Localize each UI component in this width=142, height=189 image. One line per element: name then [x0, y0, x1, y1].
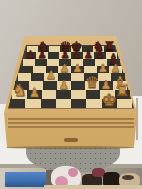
square-b6: [35, 59, 47, 66]
square-d1: [56, 99, 71, 109]
square-c3: [43, 81, 57, 90]
square-d5: ♟: [58, 66, 71, 74]
tan-shoe-opening: [122, 175, 134, 180]
square-d6: [59, 59, 71, 66]
square-h6: ♝: [107, 59, 119, 66]
board-rank-2: ♞♟♜: [12, 90, 130, 99]
square-f3: ♛: [85, 81, 99, 90]
square-g2: [100, 90, 115, 99]
square-f4: [84, 73, 97, 81]
square-b4: [31, 73, 44, 81]
square-c6: [47, 59, 59, 66]
square-h1: [117, 99, 132, 109]
square-f2: [86, 90, 101, 99]
square-d2: [56, 90, 71, 99]
square-a4: [18, 73, 31, 81]
square-h5: ♟: [109, 66, 122, 74]
square-f6: [83, 59, 95, 66]
square-e1: [71, 99, 86, 109]
drawer-groove: [8, 118, 134, 120]
sneaker-pink-patch-top: [68, 168, 78, 177]
square-g6: [95, 59, 107, 66]
square-d3: ♟: [57, 81, 71, 90]
board-rank-4: ♟: [18, 73, 125, 81]
square-g5: ♟: [97, 66, 110, 74]
square-b5: [33, 66, 46, 74]
drawer-groove: [8, 126, 134, 128]
square-h4: [111, 73, 124, 81]
photo-chess-scene: ♞♛♚♞♜♟♟♟♟♟♟♝♟♟♟♟♟♟♛♟♝♞♟♜♚: [0, 0, 142, 189]
square-a3: [15, 81, 29, 90]
square-h2: ♜: [115, 90, 130, 99]
square-h3: ♝: [113, 81, 127, 90]
square-g1: ♚: [102, 99, 117, 109]
square-a6: [23, 59, 35, 66]
square-g4: [98, 73, 111, 81]
square-c2: [42, 90, 57, 99]
board-rank-3: ♟♛♟♝: [15, 81, 127, 90]
square-f5: [84, 66, 97, 74]
square-e6: [71, 59, 83, 66]
square-a5: [20, 66, 33, 74]
square-g3: ♟: [99, 81, 113, 90]
square-d4: [58, 73, 71, 81]
chess-board: ♞♛♚♞♜♟♟♟♟♟♟♝♟♟♟♟♟♟♛♟♝♞♟♜♚: [0, 46, 142, 108]
square-c5: [46, 66, 59, 74]
square-a2: ♞: [12, 90, 27, 99]
board-rank-6: ♝: [23, 59, 120, 66]
square-e3: [71, 81, 85, 90]
drawer-handle-notch: [64, 138, 78, 142]
lower-shelf-front-edge: [44, 185, 142, 189]
square-c1: [41, 99, 56, 109]
square-c4: ♟: [44, 73, 57, 81]
square-b2: ♟: [27, 90, 42, 99]
square-e4: [71, 73, 84, 81]
drawer-groove: [8, 122, 134, 124]
square-f1: [86, 99, 101, 109]
board-rank-1: ♚: [10, 99, 132, 109]
board-rank-5: ♟♟♟♟: [20, 66, 122, 74]
square-a1: [10, 99, 25, 109]
box-shadow: [6, 146, 134, 149]
square-b1: [25, 99, 40, 109]
blue-storage-bin: [5, 172, 46, 187]
square-e2: [71, 90, 86, 99]
square-e5: ♟: [71, 66, 84, 74]
square-b3: [29, 81, 43, 90]
